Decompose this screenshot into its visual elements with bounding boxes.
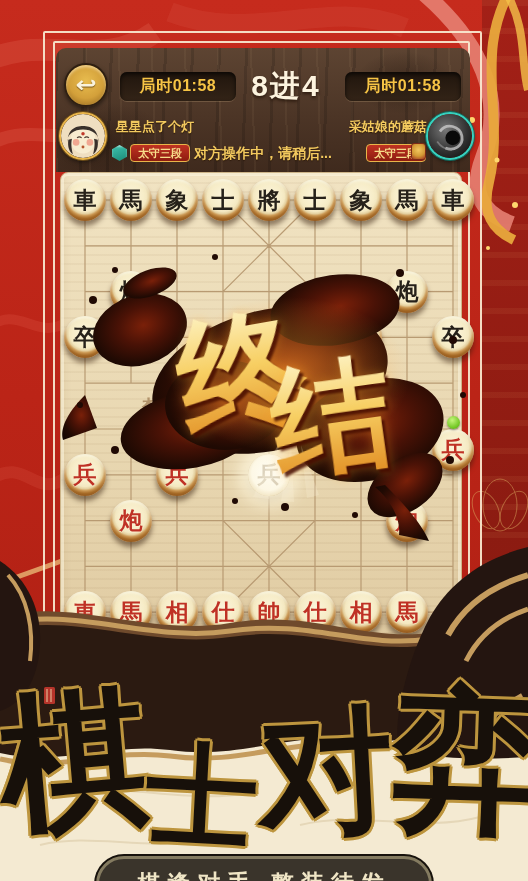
- xiangqi-piece-red[interactable]: 兵: [156, 454, 198, 496]
- red-seal: [44, 687, 55, 704]
- board-side-edge: [61, 646, 461, 668]
- back-button[interactable]: ↩: [64, 63, 108, 107]
- turn-status-text: 对方操作中，请稍后...: [56, 145, 470, 163]
- xiangqi-piece-red[interactable]: 相: [156, 591, 198, 633]
- xiangqi-piece-red[interactable]: 兵: [248, 454, 290, 496]
- xiangqi-piece-red[interactable]: 仕: [294, 591, 336, 633]
- xiangqi-piece-red[interactable]: 炮: [110, 500, 152, 542]
- xiangqi-piece-black[interactable]: 將: [248, 179, 290, 221]
- xiangqi-piece-red[interactable]: 馬: [386, 591, 428, 633]
- xiangqi-piece-black[interactable]: 士: [202, 179, 244, 221]
- xiangqi-piece-black[interactable]: 車: [432, 179, 474, 221]
- slogan-banner: 棋逢对手 整装待发: [96, 856, 432, 881]
- xiangqi-piece-black[interactable]: 馬: [386, 179, 428, 221]
- xiangqi-piece-black[interactable]: 馬: [110, 179, 152, 221]
- xiangqi-piece-red[interactable]: 兵: [64, 454, 106, 496]
- xiangqi-piece-red[interactable]: 馬: [110, 591, 152, 633]
- river-text: 楚: [142, 394, 164, 423]
- xiangqi-piece-red[interactable]: 仕: [202, 591, 244, 633]
- xiangqi-piece-red[interactable]: 兵: [432, 429, 474, 471]
- board-grid: [60, 172, 462, 648]
- xiangqi-piece-black[interactable]: 炮: [110, 271, 152, 313]
- app-screen: ↩ 局时01:58 8进4 局时01:58 星星点了个灯 太守三段: [0, 0, 528, 881]
- left-player-name: 星星点了个灯: [116, 118, 194, 136]
- xiangqi-piece-black[interactable]: 象: [156, 179, 198, 221]
- xiangqi-piece-red[interactable]: 相: [340, 591, 382, 633]
- calligraphy-title: 棋 士 对 弈: [0, 686, 528, 838]
- calligraphy-char: 士: [143, 738, 261, 856]
- xiangqi-piece-black[interactable]: 士: [294, 179, 336, 221]
- right-decor-band: [482, 0, 528, 881]
- stage-title: 8进4: [216, 66, 356, 107]
- last-move-indicator: [447, 416, 460, 429]
- xiangqi-piece-red[interactable]: 車: [64, 591, 106, 633]
- right-player-name: 采姑娘的蘑菇: [349, 118, 427, 136]
- xiangqi-piece-black[interactable]: 象: [340, 179, 382, 221]
- match-header: ↩ 局时01:58 8进4 局时01:58 星星点了个灯 太守三段: [56, 48, 470, 172]
- back-icon: ↩: [75, 72, 96, 98]
- calligraphy-char: 棋: [0, 681, 156, 844]
- xiangqi-piece-red[interactable]: 炮: [386, 500, 428, 542]
- calligraphy-char: 对: [255, 702, 398, 845]
- right-player-timer: 局时01:58: [345, 72, 461, 101]
- xiangqi-piece-red[interactable]: 帥: [248, 591, 290, 633]
- xiangqi-piece-black[interactable]: 炮: [386, 271, 428, 313]
- xiangqi-board[interactable]: 楚 車馬象士將士象馬車炮炮卒卒卒兵兵兵兵炮炮車馬相仕帥仕相馬: [60, 172, 462, 668]
- xiangqi-piece-black[interactable]: 車: [64, 179, 106, 221]
